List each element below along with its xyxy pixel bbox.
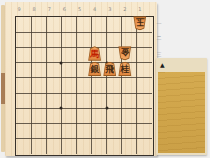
grid-line-horizontal (16, 108, 152, 109)
koma-kanji: 桂 (121, 64, 130, 75)
grid-line-vertical (46, 17, 47, 154)
grid-line-horizontal (16, 32, 152, 33)
hoshi-star-point (105, 107, 108, 110)
hoshi-star-point (60, 61, 63, 64)
tsume-shogi-widget: 987654321 一二三四五六七八九 玉金馬銀飛桂 ▲ (0, 0, 210, 158)
rank-label-2: 二 (155, 33, 164, 43)
rank-label-1: 一 (155, 18, 164, 28)
file-label-2: 2 (119, 5, 131, 14)
grid-line-horizontal (16, 138, 152, 139)
grid-line-horizontal (16, 93, 152, 94)
koma-kanji: 飛 (105, 64, 114, 75)
grid-line-horizontal (16, 47, 152, 48)
shogi-piece-飛-3四[interactable]: 飛 (103, 62, 117, 76)
koma-kanji: 金 (121, 47, 130, 58)
shogi-piece-銀-4四[interactable]: 銀 (88, 62, 102, 76)
shogi-piece-玉-1一[interactable]: 玉 (133, 16, 147, 30)
pieces-in-hand-area (168, 60, 205, 71)
file-label-7: 7 (43, 5, 55, 14)
shogi-piece-馬-4三[interactable]: 馬 (88, 46, 102, 60)
koma-kanji: 玉 (136, 17, 145, 28)
hoshi-star-point (60, 107, 63, 110)
file-label-4: 4 (89, 5, 101, 14)
file-label-6: 6 (58, 5, 70, 14)
file-label-8: 8 (28, 5, 40, 14)
grid-line-vertical (76, 17, 77, 154)
sente-mark-icon: ▲ (160, 61, 165, 69)
grid-line-vertical (91, 17, 92, 154)
file-label-1: 1 (134, 5, 146, 14)
koma-kanji: 馬 (90, 49, 99, 60)
grid-line-horizontal (16, 77, 152, 78)
shogi-piece-金-2三[interactable]: 金 (118, 46, 132, 60)
grid-line-vertical (31, 17, 32, 154)
shogi-board[interactable]: 987654321 一二三四五六七八九 玉金馬銀飛桂 (5, 2, 157, 156)
grid-line-vertical (61, 17, 62, 154)
grid-line-vertical (106, 17, 107, 154)
grid-line-vertical (121, 17, 122, 154)
shogi-piece-桂-2四[interactable]: 桂 (118, 62, 132, 76)
board-grid[interactable] (15, 16, 154, 156)
grid-line-vertical (136, 17, 137, 154)
koma-kanji: 銀 (90, 64, 99, 75)
file-label-5: 5 (74, 5, 86, 14)
komadai-wood-surface (158, 72, 205, 153)
file-label-9: 9 (13, 5, 25, 14)
grid-line-horizontal (16, 123, 152, 124)
file-label-3: 3 (104, 5, 116, 14)
komadai-piece-stand: ▲ (156, 58, 207, 155)
